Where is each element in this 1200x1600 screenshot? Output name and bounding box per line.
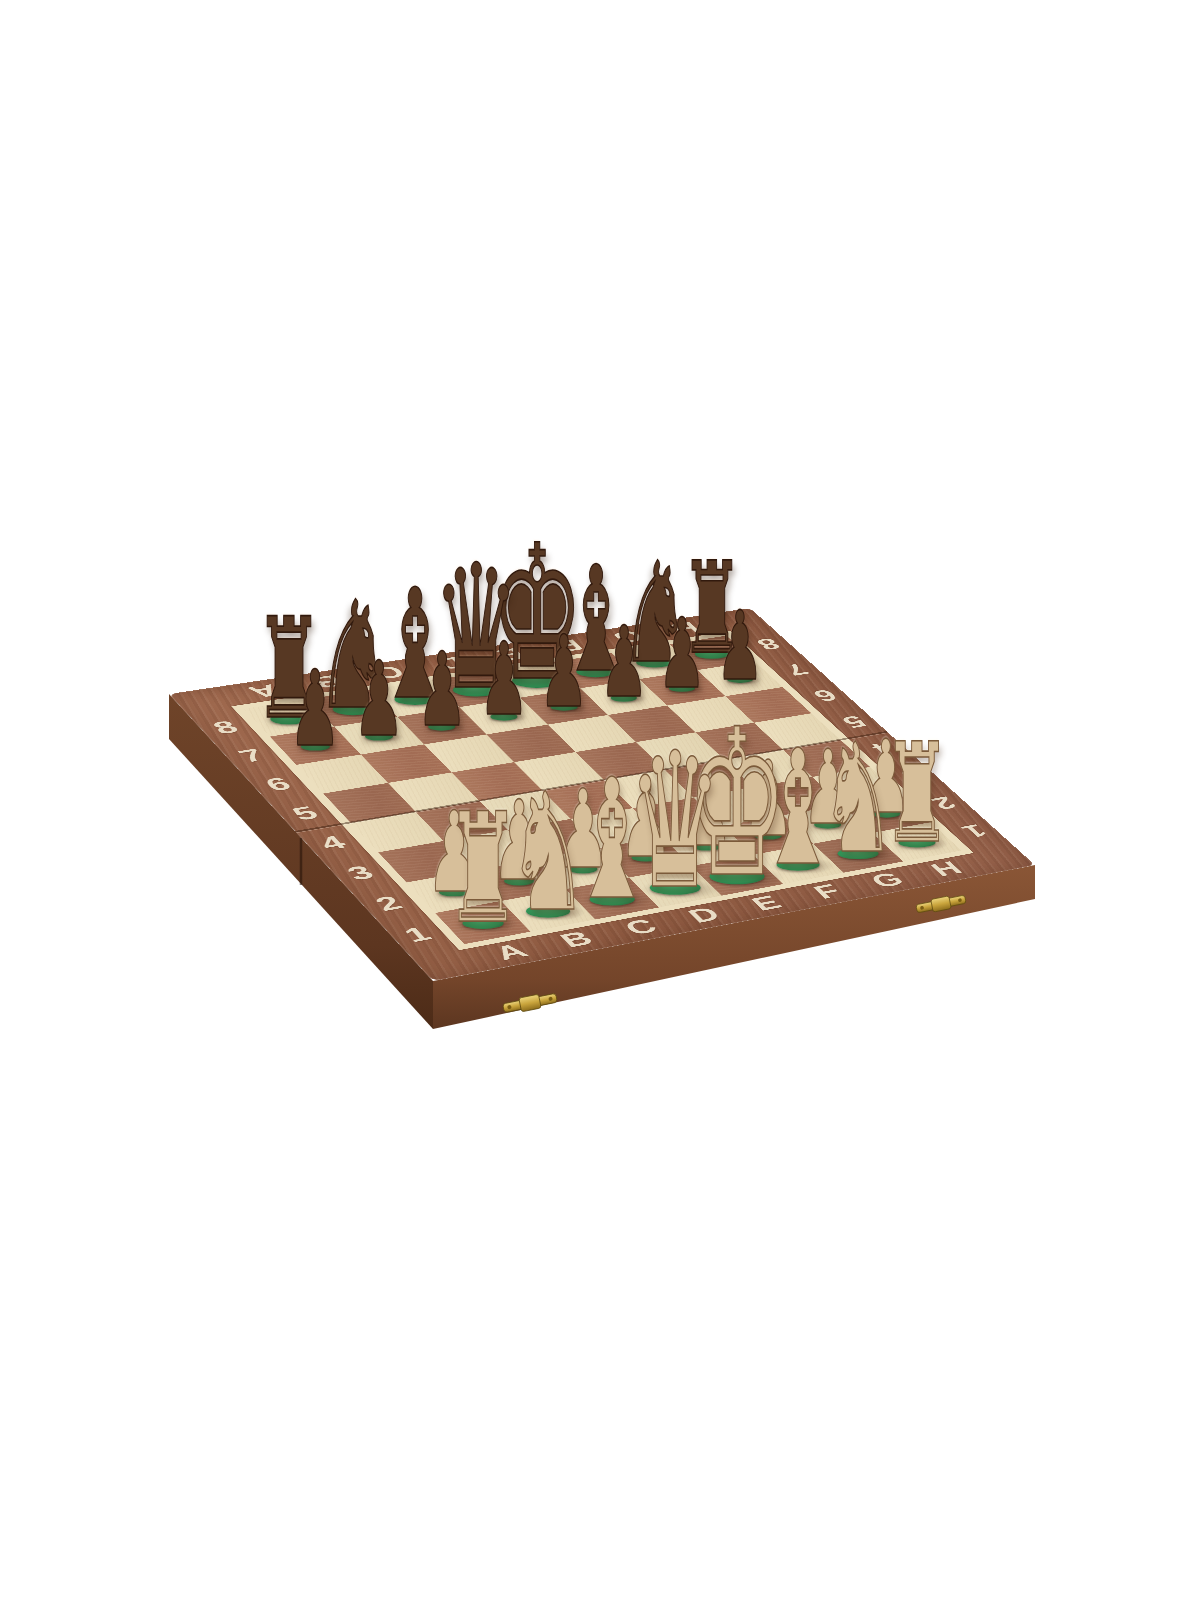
- file-label-far-E: E: [492, 645, 529, 663]
- rank-label-left-7: 7: [234, 746, 269, 765]
- rank-label-left-3: 3: [342, 863, 378, 883]
- file-label-far-A: A: [244, 682, 284, 701]
- rank-label-right-1: 1: [957, 822, 992, 841]
- file-label-far-B: B: [307, 672, 346, 691]
- file-label-far-C: C: [370, 663, 409, 681]
- rank-label-left-1: 1: [399, 924, 436, 945]
- rank-label-right-6: 6: [809, 687, 842, 704]
- file-label-far-H: H: [667, 620, 705, 637]
- file-label-near-C: C: [620, 916, 662, 938]
- file-label-near-G: G: [866, 870, 909, 891]
- file-label-far-F: F: [553, 637, 588, 654]
- rank-label-right-2: 2: [927, 794, 961, 812]
- rank-label-right-5: 5: [838, 713, 871, 731]
- rank-label-left-4: 4: [315, 833, 351, 853]
- rank-label-left-5: 5: [288, 804, 323, 824]
- rank-label-right-8: 8: [752, 636, 785, 653]
- file-label-near-F: F: [809, 881, 846, 901]
- rank-label-right-4: 4: [867, 740, 901, 758]
- file-label-near-D: D: [683, 904, 725, 925]
- file-label-far-D: D: [431, 654, 470, 672]
- file-label-near-B: B: [555, 928, 597, 950]
- rank-label-right-3: 3: [897, 767, 931, 785]
- rank-label-left-8: 8: [208, 718, 242, 737]
- file-label-far-G: G: [608, 628, 648, 646]
- rank-label-left-2: 2: [371, 893, 407, 914]
- file-label-near-E: E: [746, 893, 786, 914]
- rank-label-right-7: 7: [780, 661, 813, 678]
- rank-label-left-6: 6: [261, 775, 296, 794]
- file-label-near-H: H: [926, 859, 967, 879]
- file-label-near-A: A: [489, 941, 532, 963]
- chess-set-product-photo: AA11BB22CC33DD44EE55FF66GG77HH88 ♜♞♝♛♚♝♞…: [0, 0, 1200, 1600]
